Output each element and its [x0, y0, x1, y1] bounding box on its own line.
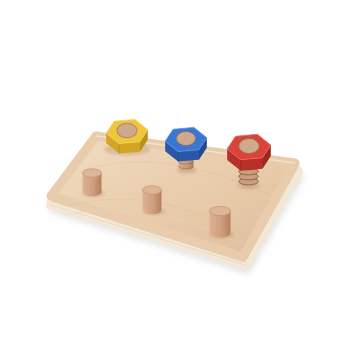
- peg-top: [210, 206, 231, 215]
- peg-top: [83, 169, 102, 177]
- peg-top: [143, 186, 162, 194]
- bolt-yellow: [104, 119, 150, 155]
- product-photo: [0, 0, 360, 360]
- toy-scene: [0, 0, 360, 360]
- wooden-peg-3: [210, 206, 235, 238]
